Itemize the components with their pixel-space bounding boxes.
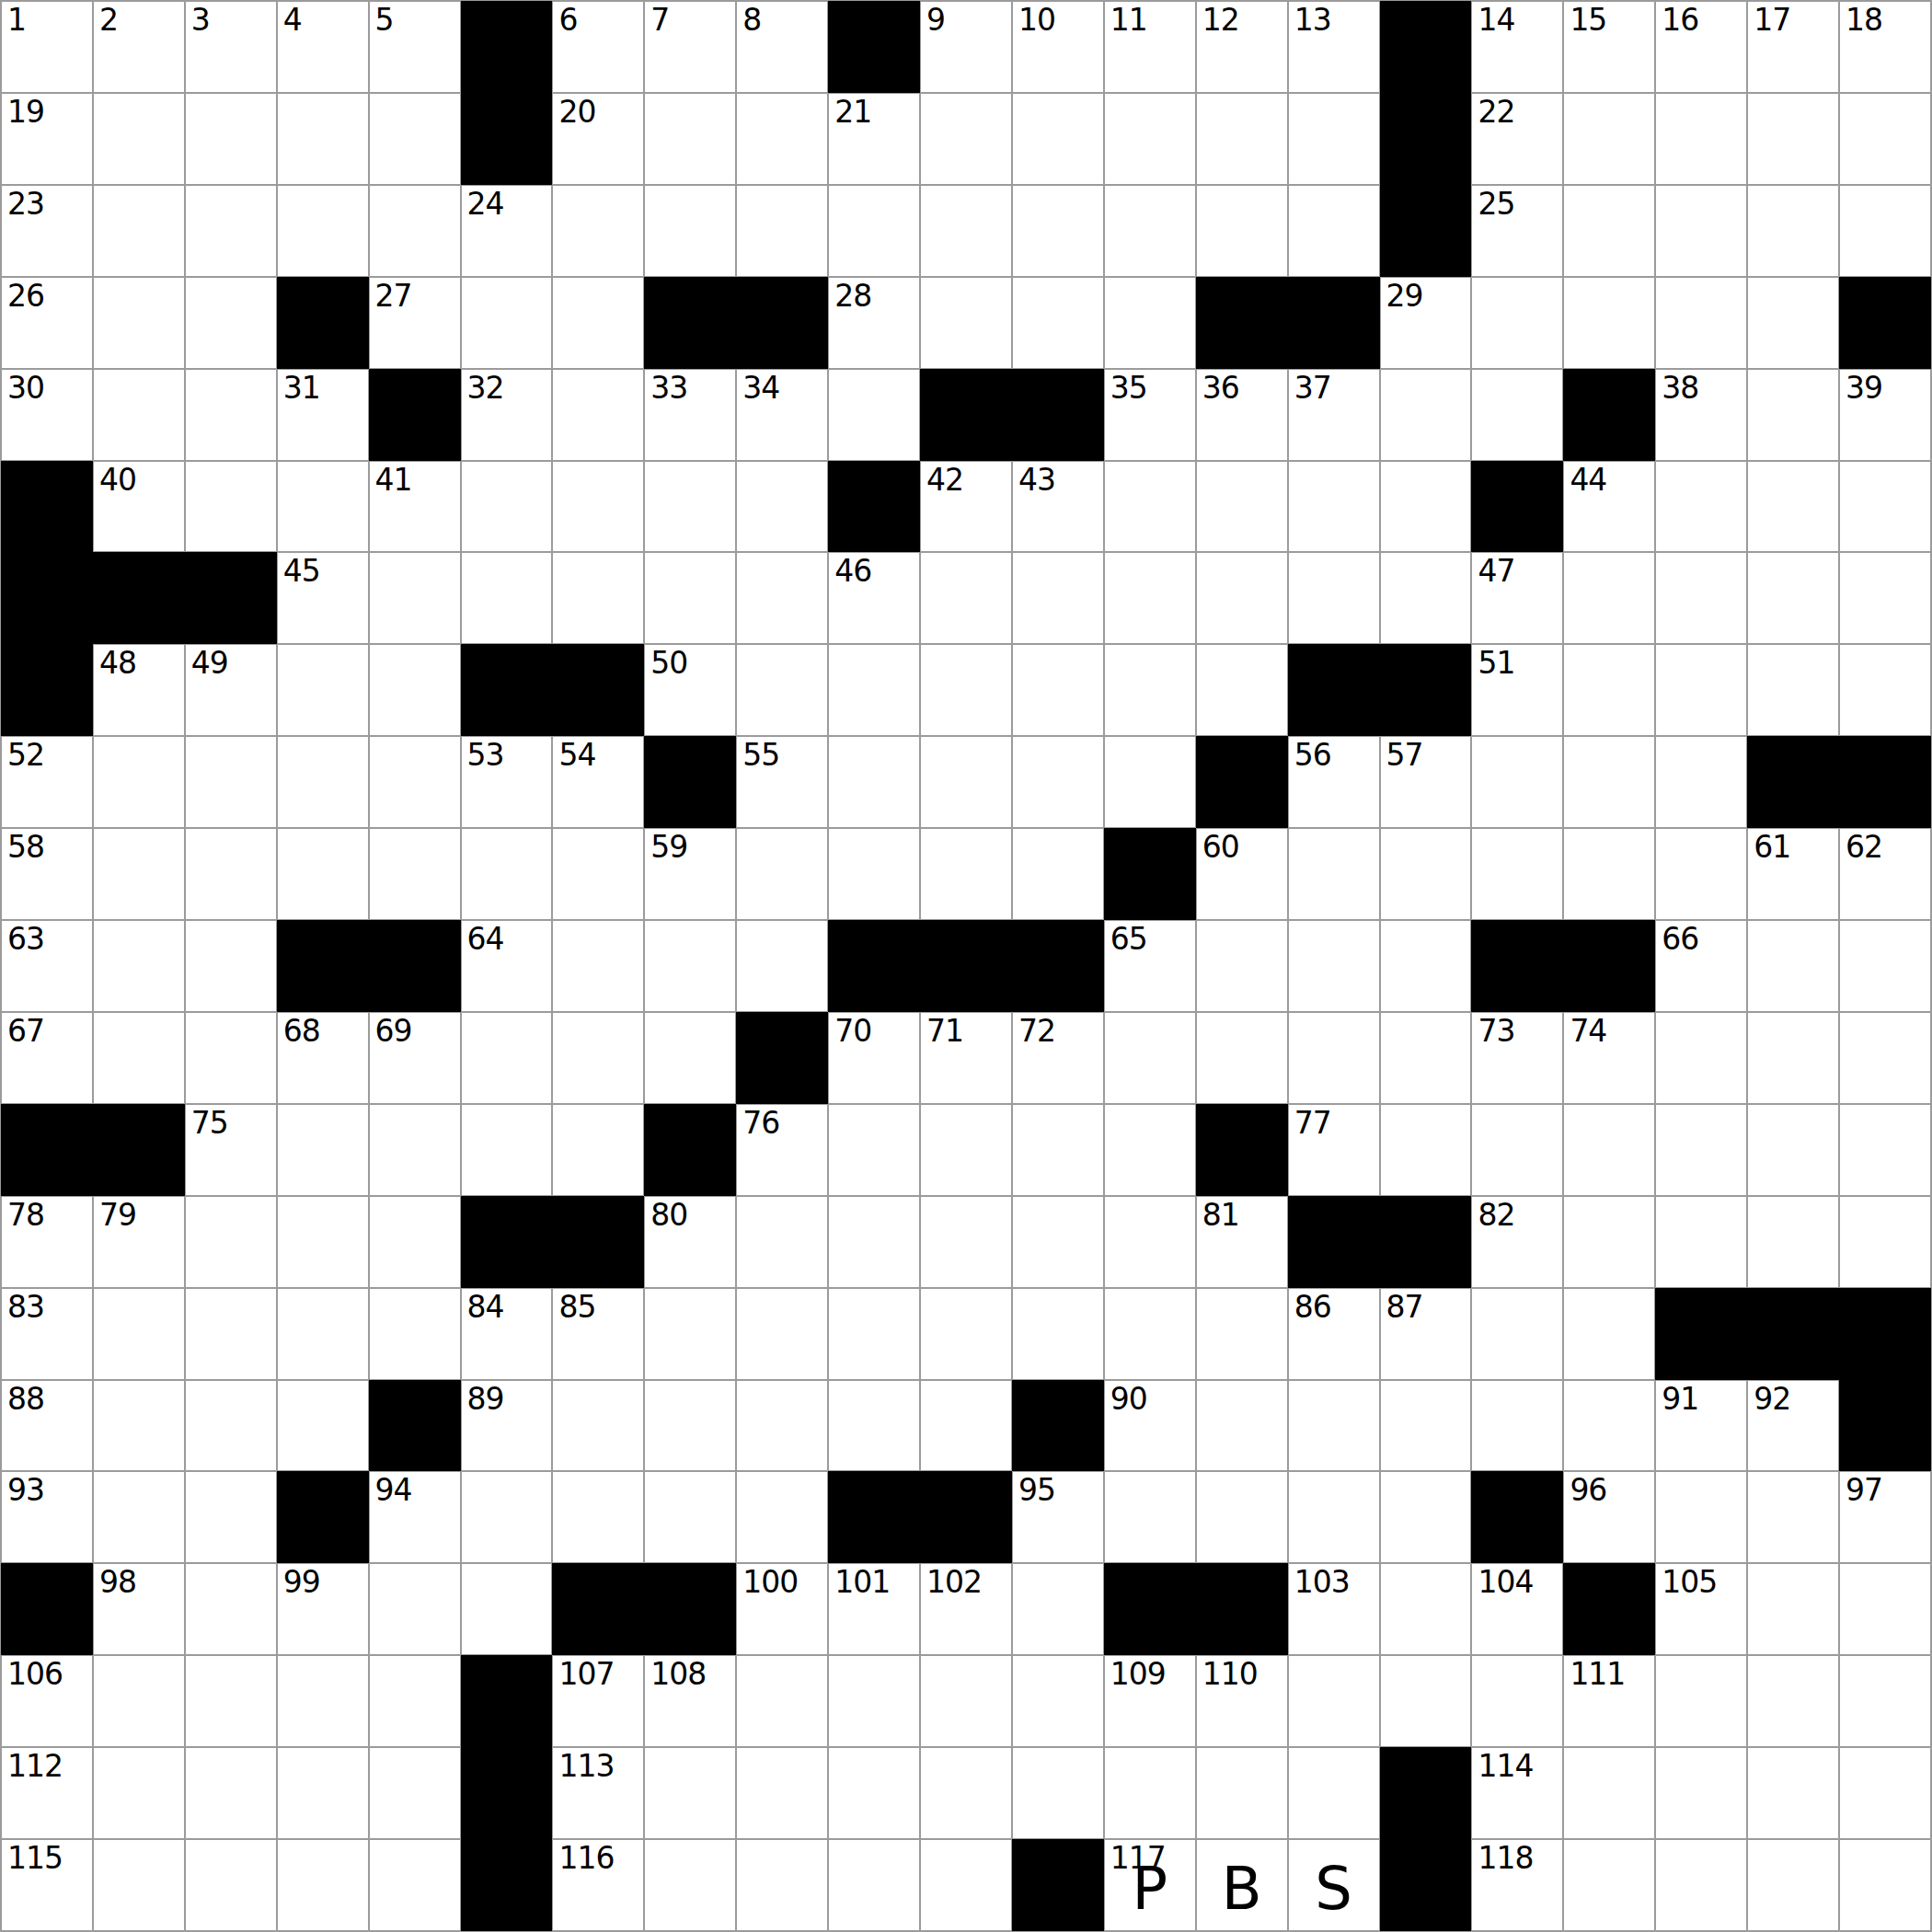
cell-17-16[interactable]: 104 <box>1471 1563 1563 1655</box>
cell-6-11[interactable] <box>1012 552 1104 644</box>
cell-16-5[interactable] <box>461 1471 553 1563</box>
cell-20-20[interactable] <box>1839 1839 1931 1931</box>
cell-10-1[interactable] <box>93 920 185 1012</box>
cell-1-7[interactable] <box>644 93 736 185</box>
cell-6-18[interactable] <box>1655 552 1747 644</box>
cell-9-1[interactable] <box>93 828 185 920</box>
cell-8-14[interactable]: 56 <box>1288 736 1380 828</box>
cell-12-10[interactable] <box>920 1104 1012 1196</box>
cell-20-12[interactable]: 117P <box>1104 1839 1196 1931</box>
cell-2-14[interactable] <box>1288 185 1380 277</box>
cell-1-18[interactable] <box>1655 93 1747 185</box>
cell-4-7[interactable]: 33 <box>644 369 736 461</box>
cell-8-12[interactable] <box>1104 736 1196 828</box>
cell-20-7[interactable] <box>644 1839 736 1931</box>
cell-18-15[interactable] <box>1380 1655 1472 1747</box>
cell-3-0[interactable]: 26 <box>1 277 93 369</box>
cell-9-18[interactable] <box>1655 828 1747 920</box>
cell-5-1[interactable]: 40 <box>93 461 185 553</box>
cell-6-4[interactable] <box>369 552 461 644</box>
cell-7-17[interactable] <box>1563 644 1655 736</box>
cell-15-6[interactable] <box>552 1380 644 1472</box>
cell-2-6[interactable] <box>552 185 644 277</box>
cell-2-12[interactable] <box>1104 185 1196 277</box>
cell-14-10[interactable] <box>920 1288 1012 1380</box>
cell-5-12[interactable] <box>1104 461 1196 553</box>
cell-20-13[interactable]: B <box>1196 1839 1288 1931</box>
cell-7-10[interactable] <box>920 644 1012 736</box>
cell-14-15[interactable]: 87 <box>1380 1288 1472 1380</box>
cell-13-10[interactable] <box>920 1196 1012 1288</box>
cell-0-2[interactable]: 3 <box>185 1 277 93</box>
cell-2-8[interactable] <box>736 185 828 277</box>
cell-5-10[interactable]: 42 <box>920 461 1012 553</box>
cell-7-8[interactable] <box>736 644 828 736</box>
cell-17-20[interactable] <box>1839 1563 1931 1655</box>
cell-14-13[interactable] <box>1196 1288 1288 1380</box>
cell-5-18[interactable] <box>1655 461 1747 553</box>
cell-17-2[interactable] <box>185 1563 277 1655</box>
cell-6-5[interactable] <box>461 552 553 644</box>
cell-10-5[interactable]: 64 <box>461 920 553 1012</box>
cell-11-6[interactable] <box>552 1012 644 1104</box>
cell-10-19[interactable] <box>1747 920 1839 1012</box>
cell-9-2[interactable] <box>185 828 277 920</box>
cell-4-16[interactable] <box>1471 369 1563 461</box>
cell-7-12[interactable] <box>1104 644 1196 736</box>
cell-2-1[interactable] <box>93 185 185 277</box>
cell-12-14[interactable]: 77 <box>1288 1104 1380 1196</box>
cell-15-19[interactable]: 92 <box>1747 1380 1839 1472</box>
cell-11-10[interactable]: 71 <box>920 1012 1012 1104</box>
cell-0-3[interactable]: 4 <box>277 1 369 93</box>
cell-4-15[interactable] <box>1380 369 1472 461</box>
cell-19-11[interactable] <box>1012 1747 1104 1839</box>
cell-9-13[interactable]: 60 <box>1196 828 1288 920</box>
cell-10-20[interactable] <box>1839 920 1931 1012</box>
cell-5-15[interactable] <box>1380 461 1472 553</box>
cell-2-10[interactable] <box>920 185 1012 277</box>
cell-17-4[interactable] <box>369 1563 461 1655</box>
cell-10-15[interactable] <box>1380 920 1472 1012</box>
cell-3-16[interactable] <box>1471 277 1563 369</box>
cell-6-9[interactable]: 46 <box>828 552 920 644</box>
cell-12-19[interactable] <box>1747 1104 1839 1196</box>
cell-18-2[interactable] <box>185 1655 277 1747</box>
cell-2-19[interactable] <box>1747 185 1839 277</box>
cell-7-11[interactable] <box>1012 644 1104 736</box>
cell-8-17[interactable] <box>1563 736 1655 828</box>
cell-1-6[interactable]: 20 <box>552 93 644 185</box>
cell-13-3[interactable] <box>277 1196 369 1288</box>
cell-15-1[interactable] <box>93 1380 185 1472</box>
cell-8-15[interactable]: 57 <box>1380 736 1472 828</box>
cell-1-17[interactable] <box>1563 93 1655 185</box>
cell-3-15[interactable]: 29 <box>1380 277 1472 369</box>
cell-0-13[interactable]: 12 <box>1196 1 1288 93</box>
cell-12-2[interactable]: 75 <box>185 1104 277 1196</box>
cell-16-4[interactable]: 94 <box>369 1471 461 1563</box>
cell-5-3[interactable] <box>277 461 369 553</box>
cell-8-5[interactable]: 53 <box>461 736 553 828</box>
cell-12-4[interactable] <box>369 1104 461 1196</box>
cell-20-16[interactable]: 118 <box>1471 1839 1563 1931</box>
cell-11-4[interactable]: 69 <box>369 1012 461 1104</box>
cell-14-14[interactable]: 86 <box>1288 1288 1380 1380</box>
cell-19-17[interactable] <box>1563 1747 1655 1839</box>
cell-10-12[interactable]: 65 <box>1104 920 1196 1012</box>
cell-7-2[interactable]: 49 <box>185 644 277 736</box>
cell-8-16[interactable] <box>1471 736 1563 828</box>
cell-10-8[interactable] <box>736 920 828 1012</box>
cell-15-5[interactable]: 89 <box>461 1380 553 1472</box>
cell-2-2[interactable] <box>185 185 277 277</box>
cell-19-1[interactable] <box>93 1747 185 1839</box>
cell-6-16[interactable]: 47 <box>1471 552 1563 644</box>
cell-17-5[interactable] <box>461 1563 553 1655</box>
cell-8-6[interactable]: 54 <box>552 736 644 828</box>
cell-17-11[interactable] <box>1012 1563 1104 1655</box>
cell-0-14[interactable]: 13 <box>1288 1 1380 93</box>
cell-20-18[interactable] <box>1655 1839 1747 1931</box>
cell-19-3[interactable] <box>277 1747 369 1839</box>
cell-6-17[interactable] <box>1563 552 1655 644</box>
cell-10-14[interactable] <box>1288 920 1380 1012</box>
cell-19-18[interactable] <box>1655 1747 1747 1839</box>
cell-19-10[interactable] <box>920 1747 1012 1839</box>
cell-12-11[interactable] <box>1012 1104 1104 1196</box>
cell-1-13[interactable] <box>1196 93 1288 185</box>
cell-4-8[interactable]: 34 <box>736 369 828 461</box>
cell-14-16[interactable] <box>1471 1288 1563 1380</box>
cell-0-16[interactable]: 14 <box>1471 1 1563 93</box>
cell-6-10[interactable] <box>920 552 1012 644</box>
cell-19-9[interactable] <box>828 1747 920 1839</box>
cell-2-13[interactable] <box>1196 185 1288 277</box>
cell-0-4[interactable]: 5 <box>369 1 461 93</box>
cell-13-2[interactable] <box>185 1196 277 1288</box>
cell-11-13[interactable] <box>1196 1012 1288 1104</box>
cell-16-1[interactable] <box>93 1471 185 1563</box>
cell-6-3[interactable]: 45 <box>277 552 369 644</box>
cell-1-1[interactable] <box>93 93 185 185</box>
cell-1-11[interactable] <box>1012 93 1104 185</box>
cell-18-12[interactable]: 109 <box>1104 1655 1196 1747</box>
cell-9-20[interactable]: 62 <box>1839 828 1931 920</box>
cell-11-9[interactable]: 70 <box>828 1012 920 1104</box>
cell-12-18[interactable] <box>1655 1104 1747 1196</box>
cell-2-18[interactable] <box>1655 185 1747 277</box>
cell-13-12[interactable] <box>1104 1196 1196 1288</box>
cell-8-11[interactable] <box>1012 736 1104 828</box>
cell-15-15[interactable] <box>1380 1380 1472 1472</box>
cell-3-9[interactable]: 28 <box>828 277 920 369</box>
cell-7-13[interactable] <box>1196 644 1288 736</box>
cell-10-2[interactable] <box>185 920 277 1012</box>
cell-20-2[interactable] <box>185 1839 277 1931</box>
cell-16-12[interactable] <box>1104 1471 1196 1563</box>
cell-5-17[interactable]: 44 <box>1563 461 1655 553</box>
cell-17-1[interactable]: 98 <box>93 1563 185 1655</box>
cell-18-14[interactable] <box>1288 1655 1380 1747</box>
cell-8-3[interactable] <box>277 736 369 828</box>
cell-12-3[interactable] <box>277 1104 369 1196</box>
cell-10-0[interactable]: 63 <box>1 920 93 1012</box>
cell-1-19[interactable] <box>1747 93 1839 185</box>
cell-14-9[interactable] <box>828 1288 920 1380</box>
cell-12-20[interactable] <box>1839 1104 1931 1196</box>
cell-19-19[interactable] <box>1747 1747 1839 1839</box>
cell-7-1[interactable]: 48 <box>93 644 185 736</box>
cell-14-1[interactable] <box>93 1288 185 1380</box>
cell-8-18[interactable] <box>1655 736 1747 828</box>
cell-3-5[interactable] <box>461 277 553 369</box>
cell-20-14[interactable]: S <box>1288 1839 1380 1931</box>
cell-1-14[interactable] <box>1288 93 1380 185</box>
cell-15-0[interactable]: 88 <box>1 1380 93 1472</box>
cell-12-17[interactable] <box>1563 1104 1655 1196</box>
cell-8-1[interactable] <box>93 736 185 828</box>
cell-7-19[interactable] <box>1747 644 1839 736</box>
cell-18-0[interactable]: 106 <box>1 1655 93 1747</box>
cell-12-12[interactable] <box>1104 1104 1196 1196</box>
cell-18-1[interactable] <box>93 1655 185 1747</box>
cell-5-11[interactable]: 43 <box>1012 461 1104 553</box>
cell-12-6[interactable] <box>552 1104 644 1196</box>
cell-9-10[interactable] <box>920 828 1012 920</box>
cell-16-8[interactable] <box>736 1471 828 1563</box>
cell-15-17[interactable] <box>1563 1380 1655 1472</box>
cell-13-19[interactable] <box>1747 1196 1839 1288</box>
cell-0-8[interactable]: 8 <box>736 1 828 93</box>
cell-14-6[interactable]: 85 <box>552 1288 644 1380</box>
cell-9-14[interactable] <box>1288 828 1380 920</box>
cell-5-8[interactable] <box>736 461 828 553</box>
cell-7-3[interactable] <box>277 644 369 736</box>
cell-6-8[interactable] <box>736 552 828 644</box>
cell-1-10[interactable] <box>920 93 1012 185</box>
cell-3-11[interactable] <box>1012 277 1104 369</box>
cell-16-13[interactable] <box>1196 1471 1288 1563</box>
cell-18-19[interactable] <box>1747 1655 1839 1747</box>
cell-19-4[interactable] <box>369 1747 461 1839</box>
cell-0-1[interactable]: 2 <box>93 1 185 93</box>
cell-12-16[interactable] <box>1471 1104 1563 1196</box>
cell-1-12[interactable] <box>1104 93 1196 185</box>
cell-14-8[interactable] <box>736 1288 828 1380</box>
cell-20-0[interactable]: 115 <box>1 1839 93 1931</box>
cell-7-9[interactable] <box>828 644 920 736</box>
cell-9-3[interactable] <box>277 828 369 920</box>
cell-20-4[interactable] <box>369 1839 461 1931</box>
cell-11-17[interactable]: 74 <box>1563 1012 1655 1104</box>
cell-11-12[interactable] <box>1104 1012 1196 1104</box>
cell-2-20[interactable] <box>1839 185 1931 277</box>
cell-18-7[interactable]: 108 <box>644 1655 736 1747</box>
cell-13-13[interactable]: 81 <box>1196 1196 1288 1288</box>
cell-19-16[interactable]: 114 <box>1471 1747 1563 1839</box>
cell-6-19[interactable] <box>1747 552 1839 644</box>
cell-1-9[interactable]: 21 <box>828 93 920 185</box>
cell-4-12[interactable]: 35 <box>1104 369 1196 461</box>
cell-0-12[interactable]: 11 <box>1104 1 1196 93</box>
cell-11-16[interactable]: 73 <box>1471 1012 1563 1104</box>
cell-0-10[interactable]: 9 <box>920 1 1012 93</box>
cell-6-6[interactable] <box>552 552 644 644</box>
cell-14-5[interactable]: 84 <box>461 1288 553 1380</box>
cell-8-8[interactable]: 55 <box>736 736 828 828</box>
cell-17-14[interactable]: 103 <box>1288 1563 1380 1655</box>
cell-11-2[interactable] <box>185 1012 277 1104</box>
cell-9-0[interactable]: 58 <box>1 828 93 920</box>
cell-16-19[interactable] <box>1747 1471 1839 1563</box>
cell-1-20[interactable] <box>1839 93 1931 185</box>
cell-14-3[interactable] <box>277 1288 369 1380</box>
cell-0-6[interactable]: 6 <box>552 1 644 93</box>
cell-15-8[interactable] <box>736 1380 828 1472</box>
cell-9-11[interactable] <box>1012 828 1104 920</box>
cell-13-18[interactable] <box>1655 1196 1747 1288</box>
cell-10-18[interactable]: 66 <box>1655 920 1747 1012</box>
cell-2-5[interactable]: 24 <box>461 185 553 277</box>
cell-6-14[interactable] <box>1288 552 1380 644</box>
cell-12-9[interactable] <box>828 1104 920 1196</box>
cell-3-2[interactable] <box>185 277 277 369</box>
cell-19-13[interactable] <box>1196 1747 1288 1839</box>
cell-4-9[interactable] <box>828 369 920 461</box>
cell-6-13[interactable] <box>1196 552 1288 644</box>
cell-4-3[interactable]: 31 <box>277 369 369 461</box>
cell-11-18[interactable] <box>1655 1012 1747 1104</box>
cell-15-7[interactable] <box>644 1380 736 1472</box>
cell-19-14[interactable] <box>1288 1747 1380 1839</box>
cell-4-6[interactable] <box>552 369 644 461</box>
cell-15-14[interactable] <box>1288 1380 1380 1472</box>
cell-5-13[interactable] <box>1196 461 1288 553</box>
cell-2-16[interactable]: 25 <box>1471 185 1563 277</box>
cell-18-17[interactable]: 111 <box>1563 1655 1655 1747</box>
cell-3-10[interactable] <box>920 277 1012 369</box>
cell-12-5[interactable] <box>461 1104 553 1196</box>
cell-16-14[interactable] <box>1288 1471 1380 1563</box>
cell-1-2[interactable] <box>185 93 277 185</box>
cell-13-20[interactable] <box>1839 1196 1931 1288</box>
cell-5-6[interactable] <box>552 461 644 553</box>
cell-5-7[interactable] <box>644 461 736 553</box>
cell-20-6[interactable]: 116 <box>552 1839 644 1931</box>
cell-4-13[interactable]: 36 <box>1196 369 1288 461</box>
cell-11-0[interactable]: 67 <box>1 1012 93 1104</box>
cell-20-17[interactable] <box>1563 1839 1655 1931</box>
cell-17-8[interactable]: 100 <box>736 1563 828 1655</box>
cell-13-1[interactable]: 79 <box>93 1196 185 1288</box>
cell-16-0[interactable]: 93 <box>1 1471 93 1563</box>
cell-9-7[interactable]: 59 <box>644 828 736 920</box>
cell-4-5[interactable]: 32 <box>461 369 553 461</box>
cell-2-0[interactable]: 23 <box>1 185 93 277</box>
cell-15-18[interactable]: 91 <box>1655 1380 1747 1472</box>
cell-16-18[interactable] <box>1655 1471 1747 1563</box>
cell-6-12[interactable] <box>1104 552 1196 644</box>
cell-5-14[interactable] <box>1288 461 1380 553</box>
cell-0-19[interactable]: 17 <box>1747 1 1839 93</box>
cell-0-18[interactable]: 16 <box>1655 1 1747 93</box>
cell-10-7[interactable] <box>644 920 736 1012</box>
cell-13-16[interactable]: 82 <box>1471 1196 1563 1288</box>
cell-11-19[interactable] <box>1747 1012 1839 1104</box>
cell-3-1[interactable] <box>93 277 185 369</box>
cell-1-16[interactable]: 22 <box>1471 93 1563 185</box>
cell-8-4[interactable] <box>369 736 461 828</box>
cell-14-17[interactable] <box>1563 1288 1655 1380</box>
cell-0-0[interactable]: 1 <box>1 1 93 93</box>
cell-11-5[interactable] <box>461 1012 553 1104</box>
cell-14-11[interactable] <box>1012 1288 1104 1380</box>
cell-4-2[interactable] <box>185 369 277 461</box>
cell-3-18[interactable] <box>1655 277 1747 369</box>
cell-7-20[interactable] <box>1839 644 1931 736</box>
cell-2-11[interactable] <box>1012 185 1104 277</box>
cell-12-8[interactable]: 76 <box>736 1104 828 1196</box>
cell-14-12[interactable] <box>1104 1288 1196 1380</box>
cell-18-10[interactable] <box>920 1655 1012 1747</box>
cell-1-0[interactable]: 19 <box>1 93 93 185</box>
cell-11-14[interactable] <box>1288 1012 1380 1104</box>
cell-13-11[interactable] <box>1012 1196 1104 1288</box>
cell-11-11[interactable]: 72 <box>1012 1012 1104 1104</box>
cell-13-7[interactable]: 80 <box>644 1196 736 1288</box>
cell-2-7[interactable] <box>644 185 736 277</box>
cell-14-0[interactable]: 83 <box>1 1288 93 1380</box>
cell-15-2[interactable] <box>185 1380 277 1472</box>
cell-4-0[interactable]: 30 <box>1 369 93 461</box>
cell-16-20[interactable]: 97 <box>1839 1471 1931 1563</box>
cell-15-10[interactable] <box>920 1380 1012 1472</box>
cell-9-9[interactable] <box>828 828 920 920</box>
cell-18-18[interactable] <box>1655 1655 1747 1747</box>
cell-20-19[interactable] <box>1747 1839 1839 1931</box>
cell-3-12[interactable] <box>1104 277 1196 369</box>
cell-15-12[interactable]: 90 <box>1104 1380 1196 1472</box>
cell-20-10[interactable] <box>920 1839 1012 1931</box>
cell-10-13[interactable] <box>1196 920 1288 1012</box>
cell-4-18[interactable]: 38 <box>1655 369 1747 461</box>
cell-9-5[interactable] <box>461 828 553 920</box>
cell-16-2[interactable] <box>185 1471 277 1563</box>
cell-20-3[interactable] <box>277 1839 369 1931</box>
cell-19-6[interactable]: 113 <box>552 1747 644 1839</box>
cell-0-20[interactable]: 18 <box>1839 1 1931 93</box>
cell-7-18[interactable] <box>1655 644 1747 736</box>
cell-4-20[interactable]: 39 <box>1839 369 1931 461</box>
cell-9-8[interactable] <box>736 828 828 920</box>
cell-8-10[interactable] <box>920 736 1012 828</box>
cell-20-8[interactable] <box>736 1839 828 1931</box>
cell-18-9[interactable] <box>828 1655 920 1747</box>
cell-6-15[interactable] <box>1380 552 1472 644</box>
cell-17-18[interactable]: 105 <box>1655 1563 1747 1655</box>
cell-8-0[interactable]: 52 <box>1 736 93 828</box>
cell-10-6[interactable] <box>552 920 644 1012</box>
cell-1-8[interactable] <box>736 93 828 185</box>
cell-19-12[interactable] <box>1104 1747 1196 1839</box>
cell-16-17[interactable]: 96 <box>1563 1471 1655 1563</box>
cell-17-3[interactable]: 99 <box>277 1563 369 1655</box>
cell-18-16[interactable] <box>1471 1655 1563 1747</box>
cell-16-7[interactable] <box>644 1471 736 1563</box>
cell-0-17[interactable]: 15 <box>1563 1 1655 93</box>
cell-17-9[interactable]: 101 <box>828 1563 920 1655</box>
